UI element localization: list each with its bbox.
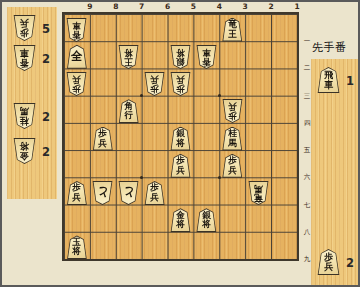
- board-piece-歩兵-6三[interactable]: 歩兵: [144, 72, 165, 96]
- piece-kanji: 金将: [14, 139, 35, 163]
- piece-kanji: 香車: [197, 46, 216, 68]
- star-point: [140, 176, 143, 179]
- board-piece-歩兵-3六[interactable]: 歩兵: [222, 154, 243, 178]
- board-piece-と-7七[interactable]: と: [118, 181, 139, 205]
- board-piece-銀将-5五[interactable]: 銀将: [170, 127, 191, 151]
- board-piece-桂馬-3五[interactable]: 桂馬: [222, 127, 243, 151]
- piece-kanji: 飛車: [318, 68, 339, 92]
- star-point: [140, 94, 143, 97]
- board-piece-歩兵-3四[interactable]: 歩兵: [222, 99, 243, 123]
- board-piece-香車-4二[interactable]: 香車: [196, 45, 217, 69]
- piece-kanji: 桂馬: [223, 128, 242, 150]
- gote-hand-tray: 歩兵5香車2桂馬2金将2: [7, 7, 57, 199]
- piece-kanji: 歩兵: [171, 73, 190, 95]
- file-label-5: 5: [187, 2, 199, 11]
- hand-count: 2: [346, 256, 354, 270]
- piece-kanji: 歩兵: [93, 128, 112, 150]
- piece-kanji: と: [93, 182, 112, 204]
- piece-kanji: 歩兵: [145, 73, 164, 95]
- piece-kanji: 歩兵: [318, 250, 339, 274]
- file-label-1: 1: [291, 2, 303, 11]
- piece-kanji: 全: [67, 46, 86, 68]
- piece-kanji: 歩兵: [171, 155, 190, 177]
- hand-count: 2: [42, 110, 50, 124]
- hand-piece-香車[interactable]: 香車: [13, 45, 36, 71]
- board-piece-竜馬-2七[interactable]: 竜馬: [248, 181, 269, 205]
- piece-kanji: 歩兵: [223, 155, 242, 177]
- piece-kanji: 王将: [119, 46, 138, 68]
- piece-kanji: 歩兵: [67, 182, 86, 204]
- turn-indicator: 先手番: [312, 40, 360, 55]
- piece-kanji: 銀将: [171, 128, 190, 150]
- piece-kanji: 桂馬: [14, 104, 35, 128]
- hand-piece-桂馬[interactable]: 桂馬: [13, 103, 36, 129]
- file-label-7: 7: [136, 2, 148, 11]
- board-piece-金将-5八[interactable]: 金将: [170, 208, 191, 232]
- piece-kanji: 香車: [14, 46, 35, 70]
- board-piece-銀将-4八[interactable]: 銀将: [196, 208, 217, 232]
- file-label-3: 3: [239, 2, 251, 11]
- board[interactable]: 香車竜王全王将銀将香車歩兵歩兵歩兵角行歩兵歩兵銀将桂馬歩兵歩兵歩兵とと歩兵竜馬金…: [62, 12, 299, 261]
- piece-kanji: 香車: [67, 19, 86, 41]
- file-label-9: 9: [84, 2, 96, 11]
- board-piece-と-8七[interactable]: と: [92, 181, 113, 205]
- file-label-2: 2: [265, 2, 277, 11]
- board-piece-歩兵-8五[interactable]: 歩兵: [92, 127, 113, 151]
- hand-count: 2: [42, 145, 50, 159]
- board-piece-全-9二[interactable]: 全: [66, 45, 87, 69]
- hand-piece-金将[interactable]: 金将: [13, 138, 36, 164]
- star-point: [218, 176, 221, 179]
- board-piece-銀将-5二[interactable]: 銀将: [170, 45, 191, 69]
- board-piece-香車-9一[interactable]: 香車: [66, 18, 87, 42]
- file-label-8: 8: [110, 2, 122, 11]
- piece-kanji: 金将: [171, 209, 190, 231]
- board-piece-竜王-3一[interactable]: 竜王: [222, 18, 243, 42]
- board-piece-玉将-9九[interactable]: 玉将: [66, 235, 87, 259]
- hand-piece-歩兵[interactable]: 歩兵: [13, 15, 36, 41]
- piece-kanji: と: [119, 182, 138, 204]
- hand-count: 2: [42, 52, 50, 66]
- board-piece-歩兵-5三[interactable]: 歩兵: [170, 72, 191, 96]
- sente-hand-tray: 飛車1歩兵2: [311, 59, 359, 285]
- piece-kanji: 銀将: [197, 209, 216, 231]
- board-piece-角行-7四[interactable]: 角行: [118, 99, 139, 123]
- hand-count: 5: [42, 22, 50, 36]
- hand-count: 1: [346, 74, 354, 88]
- file-label-6: 6: [162, 2, 174, 11]
- piece-kanji: 角行: [119, 100, 138, 122]
- piece-kanji: 銀将: [171, 46, 190, 68]
- star-point: [218, 94, 221, 97]
- board-piece-歩兵-9七[interactable]: 歩兵: [66, 181, 87, 205]
- hand-piece-歩兵[interactable]: 歩兵: [317, 249, 340, 275]
- piece-kanji: 竜王: [223, 19, 242, 41]
- piece-kanji: 玉将: [67, 236, 86, 258]
- piece-kanji: 歩兵: [223, 100, 242, 122]
- shogi-diagram: 歩兵5香車2桂馬2金将2 987654321 一二三四五六七八九 香車竜王全王将…: [0, 0, 360, 287]
- hand-piece-飛車[interactable]: 飛車: [317, 67, 340, 93]
- board-piece-王将-7二[interactable]: 王将: [118, 45, 139, 69]
- piece-kanji: 歩兵: [14, 16, 35, 40]
- board-piece-歩兵-5六[interactable]: 歩兵: [170, 154, 191, 178]
- piece-kanji: 竜馬: [249, 182, 268, 204]
- board-piece-歩兵-9三[interactable]: 歩兵: [66, 72, 87, 96]
- piece-kanji: 歩兵: [67, 73, 86, 95]
- file-label-4: 4: [213, 2, 225, 11]
- board-piece-歩兵-6七[interactable]: 歩兵: [144, 181, 165, 205]
- piece-kanji: 歩兵: [145, 182, 164, 204]
